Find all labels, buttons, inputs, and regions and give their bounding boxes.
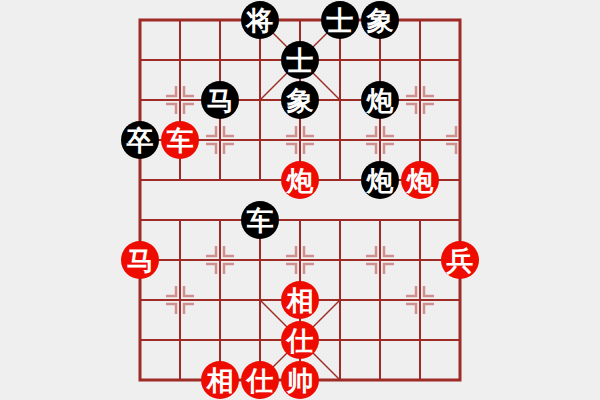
pieces-layer: 将士象士马象炮卒车炮炮炮车马兵相仕相仕帅 bbox=[120, 0, 480, 400]
xiangqi-board[interactable]: 将士象士马象炮卒车炮炮炮车马兵相仕相仕帅 bbox=[0, 0, 600, 400]
red-elephant[interactable]: 相 bbox=[281, 281, 319, 319]
black-chariot[interactable]: 车 bbox=[241, 201, 279, 239]
red-chariot[interactable]: 车 bbox=[161, 121, 199, 159]
black-advisor[interactable]: 士 bbox=[321, 1, 359, 39]
red-cannon[interactable]: 炮 bbox=[401, 161, 439, 199]
black-horse[interactable]: 马 bbox=[201, 81, 239, 119]
black-general[interactable]: 将 bbox=[241, 1, 279, 39]
black-cannon[interactable]: 炮 bbox=[361, 81, 399, 119]
red-horse[interactable]: 马 bbox=[121, 241, 159, 279]
red-cannon[interactable]: 炮 bbox=[281, 161, 319, 199]
black-elephant[interactable]: 象 bbox=[281, 81, 319, 119]
red-soldier[interactable]: 兵 bbox=[441, 241, 479, 279]
black-advisor[interactable]: 士 bbox=[281, 41, 319, 79]
black-cannon[interactable]: 炮 bbox=[361, 161, 399, 199]
red-elephant[interactable]: 相 bbox=[201, 361, 239, 399]
black-elephant[interactable]: 象 bbox=[361, 1, 399, 39]
red-advisor[interactable]: 仕 bbox=[281, 321, 319, 359]
red-advisor[interactable]: 仕 bbox=[241, 361, 279, 399]
black-soldier[interactable]: 卒 bbox=[121, 121, 159, 159]
red-general[interactable]: 帅 bbox=[281, 361, 319, 399]
